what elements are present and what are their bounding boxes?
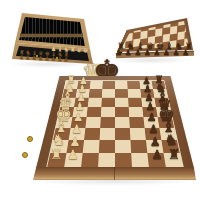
board-square bbox=[74, 97, 89, 106]
board-square bbox=[100, 128, 115, 140]
board-square bbox=[129, 117, 144, 128]
black-pawn: ♟ bbox=[144, 93, 153, 103]
black-bishop: ♝ bbox=[162, 120, 176, 135]
white-pawn: ♟ bbox=[71, 124, 81, 136]
white-knight: ♞ bbox=[64, 82, 75, 94]
white-bishop: ♝ bbox=[54, 120, 68, 135]
black-rook: ♜ bbox=[168, 148, 180, 162]
brass-clasp-icon bbox=[22, 152, 28, 158]
board-fold-seam bbox=[114, 167, 115, 180]
board-square bbox=[153, 89, 168, 98]
board-square bbox=[102, 89, 115, 98]
white-king: ♚ bbox=[55, 106, 72, 125]
board-square bbox=[101, 107, 115, 117]
board-square bbox=[76, 89, 90, 98]
white-rook: ♜ bbox=[66, 75, 75, 85]
board-square bbox=[83, 140, 100, 153]
board-frame bbox=[36, 76, 194, 168]
board-square bbox=[130, 128, 146, 140]
board-square bbox=[115, 117, 130, 128]
board-square bbox=[66, 140, 84, 153]
board-grid bbox=[46, 80, 184, 168]
board-square bbox=[64, 153, 83, 167]
black-king: ♚ bbox=[158, 106, 175, 125]
board-square bbox=[127, 81, 140, 89]
board-square bbox=[147, 153, 166, 167]
board-square bbox=[60, 97, 75, 106]
board-square bbox=[130, 140, 147, 153]
chess-set-product-photo: ♟♝♞♜♛♚♜♞♝♛♚♝♞♜♟♟♟♟♟♟♟♟ ♜♞♝♛♚♝♞♜ ♟♟♟♟♟♟♟♟… bbox=[0, 0, 200, 200]
black-pawn: ♟ bbox=[146, 102, 156, 113]
board-square bbox=[64, 81, 78, 89]
board-square bbox=[99, 140, 115, 153]
board-front-edge bbox=[33, 167, 196, 180]
board-square bbox=[128, 97, 142, 106]
board-square bbox=[50, 140, 68, 153]
white-pawn: ♟ bbox=[73, 112, 83, 123]
board-square bbox=[164, 153, 183, 167]
board-square bbox=[129, 107, 144, 117]
white-bishop: ♝ bbox=[62, 90, 74, 103]
board-square bbox=[58, 107, 74, 117]
board-square bbox=[100, 117, 115, 128]
board-square bbox=[115, 128, 130, 140]
box-clasp-icon bbox=[36, 55, 38, 57]
black-queen: ♛ bbox=[157, 97, 172, 113]
white-pawn: ♟ bbox=[75, 102, 85, 113]
board-square bbox=[115, 153, 132, 167]
board-square bbox=[101, 97, 115, 106]
white-pawn: ♟ bbox=[67, 149, 78, 162]
board-square bbox=[158, 117, 175, 128]
box-clasp-icon bbox=[56, 57, 58, 59]
folded-board-view: ♜♞♝♛♚♝♞♜ ♟♟♟♟♟♟♟♟ bbox=[107, 14, 197, 66]
black-knight: ♞ bbox=[155, 82, 166, 94]
board-square bbox=[154, 97, 169, 106]
board-square bbox=[145, 128, 162, 140]
board-square bbox=[53, 128, 70, 140]
board-square bbox=[71, 117, 87, 128]
box-piece-rows: ♟♝♞♜♛♚♜♞♝♛♚♝♞♜♟♟♟♟♟♟♟♟ bbox=[19, 44, 90, 63]
storage-box-view: ♟♝♞♜♛♚♜♞♝♛♚♝♞♜♟♟♟♟♟♟♟♟ bbox=[5, 10, 95, 68]
board-square bbox=[161, 140, 179, 153]
black-pawn: ♟ bbox=[148, 124, 158, 136]
board-square bbox=[128, 89, 142, 98]
white-knight: ♞ bbox=[52, 133, 65, 148]
board-square bbox=[139, 81, 153, 89]
black-rook: ♜ bbox=[154, 75, 163, 85]
black-pawn: ♟ bbox=[147, 112, 157, 123]
board-square bbox=[141, 97, 156, 106]
board-square bbox=[89, 89, 103, 98]
board-square bbox=[146, 140, 164, 153]
board-square bbox=[56, 117, 73, 128]
board-square bbox=[63, 89, 78, 98]
board-square bbox=[159, 128, 176, 140]
black-pawn: ♟ bbox=[142, 76, 151, 85]
board-square bbox=[131, 153, 149, 167]
black-pawn: ♟ bbox=[151, 149, 162, 162]
black-pawn: ♟ bbox=[143, 84, 152, 94]
board-square bbox=[142, 107, 157, 117]
black-bishop: ♝ bbox=[156, 90, 168, 103]
board-square bbox=[98, 153, 115, 167]
board-square bbox=[156, 107, 172, 117]
board-square bbox=[69, 128, 86, 140]
brass-clasp-icon bbox=[27, 136, 33, 142]
white-pawn: ♟ bbox=[77, 93, 86, 103]
board-square bbox=[115, 140, 131, 153]
board-square bbox=[115, 89, 128, 98]
board-square bbox=[81, 153, 99, 167]
black-knight: ♞ bbox=[165, 133, 178, 148]
board-square bbox=[88, 97, 102, 106]
board-square bbox=[140, 89, 154, 98]
board-square bbox=[84, 128, 100, 140]
board-square bbox=[85, 117, 100, 128]
white-queen: ♛ bbox=[58, 97, 73, 113]
board-square bbox=[152, 81, 166, 89]
board-square bbox=[115, 107, 129, 117]
black-pawn: ♟ bbox=[150, 136, 161, 148]
board-square bbox=[47, 153, 66, 167]
board-square bbox=[72, 107, 87, 117]
board-square bbox=[143, 117, 159, 128]
board-square bbox=[87, 107, 102, 117]
folded-front-row-pieces: ♟♟♟♟♟♟♟♟ bbox=[115, 49, 192, 57]
white-pawn: ♟ bbox=[69, 136, 80, 148]
white-rook: ♜ bbox=[50, 148, 62, 162]
board-square bbox=[115, 97, 129, 106]
